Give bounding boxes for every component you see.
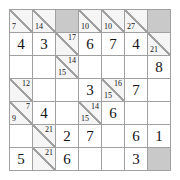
cell-r3c5-answer[interactable] bbox=[102, 56, 124, 78]
cell-r5c5-answer[interactable]: 6 bbox=[102, 102, 124, 124]
cell-r4c7-answer[interactable] bbox=[148, 79, 170, 101]
down-clue-number: 9 bbox=[12, 115, 16, 123]
answer-digit bbox=[33, 56, 55, 78]
across-clue-number: 21 bbox=[45, 149, 53, 157]
cell-r4c2-answer[interactable] bbox=[33, 79, 55, 101]
down-clue-number: 21 bbox=[150, 46, 158, 54]
answer-digit bbox=[125, 102, 147, 124]
cell-r6c5-answer[interactable] bbox=[102, 125, 124, 147]
cell-r7c2-clue: 21 bbox=[33, 148, 55, 170]
cell-r1c4-clue: 10 bbox=[79, 10, 101, 32]
answer-digit: 6 bbox=[102, 102, 124, 124]
across-clue-number: 14 bbox=[91, 103, 99, 111]
cell-r7c6-answer[interactable]: 3 bbox=[125, 148, 147, 170]
answer-digit bbox=[10, 125, 32, 147]
down-clue-number: 14 bbox=[35, 23, 43, 31]
answer-digit: 6 bbox=[56, 148, 78, 170]
across-clue-number: 16 bbox=[114, 80, 122, 88]
answer-digit bbox=[102, 148, 124, 170]
cell-r5c6-answer[interactable] bbox=[125, 102, 147, 124]
cell-r1c6-clue: 27 bbox=[125, 10, 147, 32]
cell-r1c1-clue: 7 bbox=[10, 10, 32, 32]
down-clue-number: 15 bbox=[104, 92, 112, 100]
answer-digit bbox=[33, 79, 55, 101]
answer-digit bbox=[102, 56, 124, 78]
across-clue-number: 17 bbox=[68, 34, 76, 42]
answer-digit bbox=[56, 102, 78, 124]
answer-digit: 3 bbox=[79, 79, 101, 101]
cell-r2c5-answer[interactable]: 7 bbox=[102, 33, 124, 55]
cell-r5c2-answer[interactable]: 4 bbox=[33, 102, 55, 124]
across-clue-number: 7 bbox=[26, 103, 30, 111]
across-clue-number: 12 bbox=[22, 80, 30, 88]
across-clue-number: 21 bbox=[45, 126, 53, 134]
cell-r2c6-answer[interactable]: 4 bbox=[125, 33, 147, 55]
cell-r4c5-clue: 1615 bbox=[102, 79, 124, 101]
answer-digit: 7 bbox=[79, 125, 101, 147]
cell-r3c4-answer[interactable] bbox=[79, 56, 101, 78]
cell-r6c6-answer[interactable]: 6 bbox=[125, 125, 147, 147]
answer-digit: 3 bbox=[33, 33, 55, 55]
answer-digit: 8 bbox=[148, 56, 170, 78]
answer-digit: 3 bbox=[125, 148, 147, 170]
answer-digit bbox=[102, 125, 124, 147]
cell-r1c2-clue: 14 bbox=[33, 10, 55, 32]
kakuro-puzzle-page: 7141010274317674211415812316157794141562… bbox=[0, 0, 180, 180]
cell-r5c4-clue: 1415 bbox=[79, 102, 101, 124]
cell-r3c3-clue: 1415 bbox=[56, 56, 78, 78]
cell-r7c3-answer[interactable]: 6 bbox=[56, 148, 78, 170]
cell-r3c2-answer[interactable] bbox=[33, 56, 55, 78]
cell-r1c7-block bbox=[148, 10, 170, 32]
answer-digit: 2 bbox=[56, 125, 78, 147]
answer-digit: 6 bbox=[125, 125, 147, 147]
cell-r6c2-clue: 21 bbox=[33, 125, 55, 147]
answer-digit: 1 bbox=[148, 125, 170, 147]
cell-r7c4-answer[interactable] bbox=[79, 148, 101, 170]
down-clue-number: 10 bbox=[104, 23, 112, 31]
answer-digit: 4 bbox=[33, 102, 55, 124]
answer-digit: 7 bbox=[125, 79, 147, 101]
down-clue-number: 27 bbox=[127, 23, 135, 31]
answer-digit: 4 bbox=[10, 33, 32, 55]
down-clue-number: 7 bbox=[12, 23, 16, 31]
cell-r3c6-answer[interactable] bbox=[125, 56, 147, 78]
down-clue-number: 15 bbox=[81, 115, 89, 123]
cell-r3c7-answer[interactable]: 8 bbox=[148, 56, 170, 78]
answer-digit bbox=[56, 79, 78, 101]
cell-r2c4-answer[interactable]: 6 bbox=[79, 33, 101, 55]
cell-r5c3-answer[interactable] bbox=[56, 102, 78, 124]
cell-r1c5-clue: 10 bbox=[102, 10, 124, 32]
cell-r5c7-answer[interactable] bbox=[148, 102, 170, 124]
cell-r7c5-answer[interactable] bbox=[102, 148, 124, 170]
down-clue-number: 10 bbox=[81, 23, 89, 31]
answer-digit bbox=[148, 79, 170, 101]
cell-r2c2-answer[interactable]: 3 bbox=[33, 33, 55, 55]
answer-digit bbox=[79, 56, 101, 78]
answer-digit bbox=[79, 148, 101, 170]
cell-r6c4-answer[interactable]: 7 bbox=[79, 125, 101, 147]
kakuro-board: 7141010274317674211415812316157794141562… bbox=[9, 9, 171, 171]
cell-r4c3-answer[interactable] bbox=[56, 79, 78, 101]
cell-r4c1-clue: 12 bbox=[10, 79, 32, 101]
cell-r7c1-answer[interactable]: 5 bbox=[10, 148, 32, 170]
cell-r4c6-answer[interactable]: 7 bbox=[125, 79, 147, 101]
answer-digit: 4 bbox=[125, 33, 147, 55]
answer-digit: 5 bbox=[10, 148, 32, 170]
cell-r7c7-block bbox=[148, 148, 170, 170]
answer-digit: 6 bbox=[79, 33, 101, 55]
answer-digit bbox=[148, 102, 170, 124]
cell-r6c3-answer[interactable]: 2 bbox=[56, 125, 78, 147]
cell-r4c4-answer[interactable]: 3 bbox=[79, 79, 101, 101]
cell-r3c1-answer[interactable] bbox=[10, 56, 32, 78]
cell-r5c1-clue: 79 bbox=[10, 102, 32, 124]
cell-r2c3-clue: 17 bbox=[56, 33, 78, 55]
down-clue-number: 15 bbox=[58, 69, 66, 77]
answer-digit: 7 bbox=[102, 33, 124, 55]
cell-r1c3-block bbox=[56, 10, 78, 32]
across-clue-number: 14 bbox=[68, 57, 76, 65]
cell-r2c7-clue: 21 bbox=[148, 33, 170, 55]
cell-r2c1-answer[interactable]: 4 bbox=[10, 33, 32, 55]
answer-digit bbox=[125, 56, 147, 78]
answer-digit bbox=[10, 56, 32, 78]
cell-r6c7-answer[interactable]: 1 bbox=[148, 125, 170, 147]
cell-r6c1-answer[interactable] bbox=[10, 125, 32, 147]
